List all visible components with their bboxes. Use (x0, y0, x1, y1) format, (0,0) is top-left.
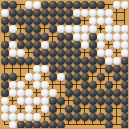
white-stone[interactable] (105, 33, 113, 41)
black-stone[interactable] (105, 89, 113, 97)
black-stone[interactable] (49, 113, 57, 121)
white-stone[interactable] (113, 33, 121, 41)
black-stone[interactable] (41, 9, 49, 17)
black-stone[interactable] (1, 49, 9, 57)
black-stone[interactable] (1, 57, 9, 65)
black-stone[interactable] (121, 113, 129, 121)
white-stone[interactable] (9, 49, 17, 57)
black-stone[interactable] (49, 9, 57, 17)
black-stone[interactable] (33, 41, 41, 49)
black-stone[interactable] (65, 105, 73, 113)
white-stone[interactable] (33, 113, 41, 121)
black-stone[interactable] (113, 73, 121, 81)
board-background (0, 0, 128, 128)
white-stone[interactable] (57, 73, 65, 81)
black-stone[interactable] (41, 121, 49, 129)
white-stone[interactable] (105, 17, 113, 25)
white-stone[interactable] (9, 81, 17, 89)
black-stone[interactable] (1, 73, 9, 81)
black-stone[interactable] (65, 17, 73, 25)
black-stone[interactable] (33, 57, 41, 65)
white-stone[interactable] (121, 49, 129, 57)
white-stone[interactable] (25, 113, 33, 121)
black-stone[interactable] (41, 57, 49, 65)
white-stone[interactable] (73, 9, 81, 17)
white-stone[interactable] (1, 9, 9, 17)
black-stone[interactable] (65, 41, 73, 49)
black-stone[interactable] (49, 105, 57, 113)
white-stone[interactable] (81, 33, 89, 41)
black-stone[interactable] (121, 105, 129, 113)
white-stone[interactable] (17, 49, 25, 57)
black-stone[interactable] (89, 49, 97, 57)
black-stone[interactable] (81, 89, 89, 97)
white-stone[interactable] (41, 81, 49, 89)
white-stone[interactable] (97, 41, 105, 49)
black-stone[interactable] (49, 41, 57, 49)
black-stone[interactable] (97, 1, 105, 9)
black-stone[interactable] (17, 57, 25, 65)
black-stone[interactable] (25, 57, 33, 65)
black-stone[interactable] (105, 121, 113, 129)
black-stone[interactable] (9, 57, 17, 65)
black-stone[interactable] (89, 105, 97, 113)
black-stone[interactable] (17, 17, 25, 25)
white-stone[interactable] (33, 81, 41, 89)
black-stone[interactable] (121, 73, 129, 81)
black-stone[interactable] (33, 25, 41, 33)
white-stone[interactable] (65, 25, 73, 33)
black-stone[interactable] (49, 57, 57, 65)
black-stone[interactable] (1, 25, 9, 33)
black-stone[interactable] (81, 57, 89, 65)
black-stone[interactable] (41, 17, 49, 25)
white-stone[interactable] (17, 97, 25, 105)
white-stone[interactable] (33, 97, 41, 105)
black-stone[interactable] (33, 121, 41, 129)
white-stone[interactable] (33, 65, 41, 73)
white-stone[interactable] (89, 17, 97, 25)
black-stone[interactable] (73, 89, 81, 97)
black-stone[interactable] (17, 33, 25, 41)
black-stone[interactable] (81, 81, 89, 89)
black-stone[interactable] (25, 9, 33, 17)
black-stone[interactable] (89, 33, 97, 41)
black-stone[interactable] (89, 113, 97, 121)
black-stone[interactable] (65, 49, 73, 57)
black-stone[interactable] (89, 65, 97, 73)
white-stone[interactable] (105, 25, 113, 33)
black-stone[interactable] (41, 1, 49, 9)
black-stone[interactable] (73, 97, 81, 105)
white-stone[interactable] (1, 97, 9, 105)
white-stone[interactable] (33, 1, 41, 9)
white-stone[interactable] (81, 41, 89, 49)
black-stone[interactable] (65, 33, 73, 41)
black-stone[interactable] (121, 57, 129, 65)
black-stone[interactable] (17, 9, 25, 17)
go-board[interactable] (0, 0, 128, 128)
black-stone[interactable] (9, 33, 17, 41)
black-stone[interactable] (121, 121, 129, 129)
white-stone[interactable] (17, 113, 25, 121)
white-stone[interactable] (41, 65, 49, 73)
white-stone[interactable] (17, 81, 25, 89)
black-stone[interactable] (73, 73, 81, 81)
black-stone[interactable] (33, 33, 41, 41)
white-stone[interactable] (17, 89, 25, 97)
black-stone[interactable] (57, 9, 65, 17)
white-stone[interactable] (89, 9, 97, 17)
black-stone[interactable] (97, 97, 105, 105)
white-stone[interactable] (25, 89, 33, 97)
black-stone[interactable] (73, 105, 81, 113)
white-stone[interactable] (81, 25, 89, 33)
black-stone[interactable] (57, 121, 65, 129)
black-stone[interactable] (1, 89, 9, 97)
white-stone[interactable] (105, 49, 113, 57)
black-stone[interactable] (57, 1, 65, 9)
black-stone[interactable] (65, 1, 73, 9)
black-stone[interactable] (49, 65, 57, 73)
black-stone[interactable] (1, 81, 9, 89)
black-stone[interactable] (49, 17, 57, 25)
white-stone[interactable] (25, 105, 33, 113)
white-stone[interactable] (113, 57, 121, 65)
black-stone[interactable] (25, 17, 33, 25)
white-stone[interactable] (73, 25, 81, 33)
white-stone[interactable] (57, 25, 65, 33)
white-stone[interactable] (49, 89, 57, 97)
black-stone[interactable] (89, 1, 97, 9)
white-stone[interactable] (25, 1, 33, 9)
white-stone[interactable] (25, 73, 33, 81)
black-stone[interactable] (89, 81, 97, 89)
black-stone[interactable] (57, 49, 65, 57)
black-stone[interactable] (89, 57, 97, 65)
black-stone[interactable] (65, 113, 73, 121)
black-stone[interactable] (73, 17, 81, 25)
black-stone[interactable] (73, 113, 81, 121)
black-stone[interactable] (49, 49, 57, 57)
black-stone[interactable] (57, 17, 65, 25)
black-stone[interactable] (49, 25, 57, 33)
white-stone[interactable] (41, 41, 49, 49)
black-stone[interactable] (97, 89, 105, 97)
black-stone[interactable] (9, 9, 17, 17)
black-stone[interactable] (49, 97, 57, 105)
black-stone[interactable] (113, 89, 121, 97)
black-stone[interactable] (41, 33, 49, 41)
white-stone[interactable] (105, 57, 113, 65)
black-stone[interactable] (105, 81, 113, 89)
white-stone[interactable] (89, 25, 97, 33)
black-stone[interactable] (105, 65, 113, 73)
white-stone[interactable] (1, 113, 9, 121)
black-stone[interactable] (97, 113, 105, 121)
black-stone[interactable] (73, 1, 81, 9)
black-stone[interactable] (73, 49, 81, 57)
black-stone[interactable] (33, 49, 41, 57)
black-stone[interactable] (105, 97, 113, 105)
black-stone[interactable] (9, 17, 17, 25)
black-stone[interactable] (57, 33, 65, 41)
white-stone[interactable] (121, 41, 129, 49)
black-stone[interactable] (17, 41, 25, 49)
black-stone[interactable] (121, 65, 129, 73)
black-stone[interactable] (65, 73, 73, 81)
black-stone[interactable] (81, 97, 89, 105)
black-stone[interactable] (89, 41, 97, 49)
black-stone[interactable] (65, 89, 73, 97)
black-stone[interactable] (81, 1, 89, 9)
white-stone[interactable] (9, 113, 17, 121)
black-stone[interactable] (81, 73, 89, 81)
black-stone[interactable] (105, 105, 113, 113)
black-stone[interactable] (89, 97, 97, 105)
black-stone[interactable] (1, 41, 9, 49)
white-stone[interactable] (121, 1, 129, 9)
black-stone[interactable] (113, 97, 121, 105)
black-stone[interactable] (25, 41, 33, 49)
black-stone[interactable] (49, 73, 57, 81)
white-stone[interactable] (9, 105, 17, 113)
white-stone[interactable] (113, 1, 121, 9)
black-stone[interactable] (25, 121, 33, 129)
white-stone[interactable] (25, 97, 33, 105)
white-stone[interactable] (9, 89, 17, 97)
black-stone[interactable] (121, 81, 129, 89)
star-point (99, 27, 102, 30)
black-stone[interactable] (65, 81, 73, 89)
white-stone[interactable] (97, 49, 105, 57)
black-stone[interactable] (121, 89, 129, 97)
white-stone[interactable] (97, 17, 105, 25)
white-stone[interactable] (9, 41, 17, 49)
black-stone[interactable] (81, 65, 89, 73)
black-stone[interactable] (25, 25, 33, 33)
black-stone[interactable] (9, 73, 17, 81)
white-stone[interactable] (121, 25, 129, 33)
black-stone[interactable] (33, 17, 41, 25)
black-stone[interactable] (9, 1, 17, 9)
white-stone[interactable] (121, 33, 129, 41)
black-stone[interactable] (57, 97, 65, 105)
black-stone[interactable] (113, 65, 121, 73)
white-stone[interactable] (113, 25, 121, 33)
black-stone[interactable] (65, 57, 73, 65)
black-stone[interactable] (105, 113, 113, 121)
white-stone[interactable] (9, 25, 17, 33)
black-stone[interactable] (25, 33, 33, 41)
black-stone[interactable] (57, 113, 65, 121)
black-stone[interactable] (81, 113, 89, 121)
white-stone[interactable] (73, 33, 81, 41)
white-stone[interactable] (1, 105, 9, 113)
black-stone[interactable] (49, 121, 57, 129)
white-stone[interactable] (41, 97, 49, 105)
black-stone[interactable] (89, 89, 97, 97)
black-stone[interactable] (97, 57, 105, 65)
black-stone[interactable] (121, 97, 129, 105)
black-stone[interactable] (17, 121, 25, 129)
black-stone[interactable] (97, 73, 105, 81)
white-stone[interactable] (113, 41, 121, 49)
white-stone[interactable] (33, 73, 41, 81)
black-stone[interactable] (1, 17, 9, 25)
white-stone[interactable] (81, 9, 89, 17)
white-stone[interactable] (97, 33, 105, 41)
black-stone[interactable] (73, 57, 81, 65)
white-stone[interactable] (41, 105, 49, 113)
black-stone[interactable] (57, 41, 65, 49)
black-stone[interactable] (65, 9, 73, 17)
black-stone[interactable] (33, 9, 41, 17)
black-stone[interactable] (41, 49, 49, 57)
white-stone[interactable] (97, 9, 105, 17)
black-stone[interactable] (65, 65, 73, 73)
white-stone[interactable] (105, 9, 113, 17)
black-stone[interactable] (57, 65, 65, 73)
white-stone[interactable] (41, 89, 49, 97)
black-stone[interactable] (73, 41, 81, 49)
white-stone[interactable] (9, 121, 17, 129)
black-stone[interactable] (57, 57, 65, 65)
black-stone[interactable] (49, 1, 57, 9)
black-stone[interactable] (73, 65, 81, 73)
black-stone[interactable] (1, 1, 9, 9)
